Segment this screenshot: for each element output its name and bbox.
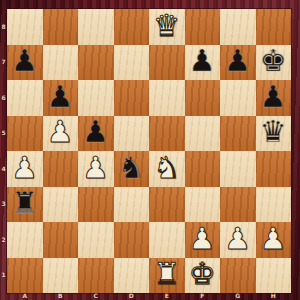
square-b6[interactable]: ♟ bbox=[43, 80, 79, 116]
file-label-e: E bbox=[149, 292, 185, 300]
square-h1[interactable] bbox=[256, 258, 292, 294]
square-d1[interactable] bbox=[114, 258, 150, 294]
square-d8[interactable] bbox=[114, 9, 150, 45]
square-h2[interactable]: ♟ bbox=[256, 222, 292, 258]
file-label-c: C bbox=[78, 292, 114, 300]
square-a7[interactable]: ♟ bbox=[7, 45, 43, 81]
piece-white-pawn[interactable]: ♟ bbox=[260, 224, 287, 254]
piece-white-knight[interactable]: ♞ bbox=[153, 153, 180, 183]
rank-label-5: 5 bbox=[0, 130, 7, 136]
piece-white-king[interactable]: ♚ bbox=[189, 259, 216, 289]
piece-black-pawn[interactable]: ♟ bbox=[47, 82, 74, 112]
square-g5[interactable] bbox=[220, 116, 256, 152]
square-g8[interactable] bbox=[220, 9, 256, 45]
square-h6[interactable]: ♟ bbox=[256, 80, 292, 116]
file-label-d: D bbox=[114, 292, 150, 300]
square-g3[interactable] bbox=[220, 187, 256, 223]
square-c7[interactable] bbox=[78, 45, 114, 81]
square-f6[interactable] bbox=[185, 80, 221, 116]
square-b1[interactable] bbox=[43, 258, 79, 294]
square-a4[interactable]: ♟ bbox=[7, 151, 43, 187]
piece-black-pawn[interactable]: ♟ bbox=[260, 82, 287, 112]
square-g2[interactable]: ♟ bbox=[220, 222, 256, 258]
square-f4[interactable] bbox=[185, 151, 221, 187]
square-d2[interactable] bbox=[114, 222, 150, 258]
square-c2[interactable] bbox=[78, 222, 114, 258]
square-c3[interactable] bbox=[78, 187, 114, 223]
rank-label-1: 1 bbox=[0, 272, 7, 278]
square-b2[interactable] bbox=[43, 222, 79, 258]
piece-white-rook[interactable]: ♜ bbox=[153, 259, 180, 289]
square-f2[interactable]: ♟ bbox=[185, 222, 221, 258]
rank-label-2: 2 bbox=[0, 237, 7, 243]
piece-white-pawn[interactable]: ♟ bbox=[189, 224, 216, 254]
file-label-f: F bbox=[185, 292, 221, 300]
piece-black-pawn[interactable]: ♟ bbox=[11, 46, 38, 76]
square-d3[interactable] bbox=[114, 187, 150, 223]
square-c1[interactable] bbox=[78, 258, 114, 294]
piece-white-queen[interactable]: ♛ bbox=[153, 11, 180, 41]
rank-label-7: 7 bbox=[0, 59, 7, 65]
square-a2[interactable] bbox=[7, 222, 43, 258]
square-g6[interactable] bbox=[220, 80, 256, 116]
square-b8[interactable] bbox=[43, 9, 79, 45]
square-e5[interactable] bbox=[149, 116, 185, 152]
square-e3[interactable] bbox=[149, 187, 185, 223]
piece-black-rook[interactable]: ♜ bbox=[11, 188, 38, 218]
square-c8[interactable] bbox=[78, 9, 114, 45]
rank-label-8: 8 bbox=[0, 24, 7, 30]
file-label-a: A bbox=[7, 292, 43, 300]
square-c5[interactable]: ♟ bbox=[78, 116, 114, 152]
square-a8[interactable] bbox=[7, 9, 43, 45]
piece-white-pawn[interactable]: ♟ bbox=[82, 153, 109, 183]
piece-black-queen[interactable]: ♛ bbox=[260, 117, 287, 147]
rank-label-4: 4 bbox=[0, 166, 7, 172]
square-d7[interactable] bbox=[114, 45, 150, 81]
piece-black-pawn[interactable]: ♟ bbox=[224, 46, 251, 76]
piece-black-king[interactable]: ♚ bbox=[260, 46, 287, 76]
square-h8[interactable] bbox=[256, 9, 292, 45]
square-e7[interactable] bbox=[149, 45, 185, 81]
square-f3[interactable] bbox=[185, 187, 221, 223]
piece-black-pawn[interactable]: ♟ bbox=[82, 117, 109, 147]
rank-label-3: 3 bbox=[0, 201, 7, 207]
square-e2[interactable] bbox=[149, 222, 185, 258]
square-a1[interactable] bbox=[7, 258, 43, 294]
square-d5[interactable] bbox=[114, 116, 150, 152]
square-f8[interactable] bbox=[185, 9, 221, 45]
piece-black-pawn[interactable]: ♟ bbox=[189, 46, 216, 76]
piece-white-pawn[interactable]: ♟ bbox=[224, 224, 251, 254]
piece-white-pawn[interactable]: ♟ bbox=[47, 117, 74, 147]
square-e6[interactable] bbox=[149, 80, 185, 116]
square-d4[interactable]: ♞ bbox=[114, 151, 150, 187]
square-h5[interactable]: ♛ bbox=[256, 116, 292, 152]
square-h7[interactable]: ♚ bbox=[256, 45, 292, 81]
file-label-b: B bbox=[43, 292, 79, 300]
square-f1[interactable]: ♚ bbox=[185, 258, 221, 294]
square-c6[interactable] bbox=[78, 80, 114, 116]
square-b7[interactable] bbox=[43, 45, 79, 81]
square-b3[interactable] bbox=[43, 187, 79, 223]
square-f7[interactable]: ♟ bbox=[185, 45, 221, 81]
square-h4[interactable] bbox=[256, 151, 292, 187]
square-a6[interactable] bbox=[7, 80, 43, 116]
file-label-h: H bbox=[256, 292, 292, 300]
square-d6[interactable] bbox=[114, 80, 150, 116]
square-a3[interactable]: ♜ bbox=[7, 187, 43, 223]
chessboard: ♛♟♟♟♚♟♟♟♟♛♟♟♞♞♜♟♟♟♜♚ 87654321 ABCDEFGH bbox=[0, 0, 300, 300]
square-b5[interactable]: ♟ bbox=[43, 116, 79, 152]
piece-white-pawn[interactable]: ♟ bbox=[11, 153, 38, 183]
piece-black-knight[interactable]: ♞ bbox=[118, 153, 145, 183]
square-e4[interactable]: ♞ bbox=[149, 151, 185, 187]
square-a5[interactable] bbox=[7, 116, 43, 152]
square-e1[interactable]: ♜ bbox=[149, 258, 185, 294]
rank-label-6: 6 bbox=[0, 95, 7, 101]
board-grid: ♛♟♟♟♚♟♟♟♟♛♟♟♞♞♜♟♟♟♜♚ bbox=[7, 9, 291, 293]
square-f5[interactable] bbox=[185, 116, 221, 152]
square-e8[interactable]: ♛ bbox=[149, 9, 185, 45]
square-h3[interactable] bbox=[256, 187, 292, 223]
square-b4[interactable] bbox=[43, 151, 79, 187]
square-g7[interactable]: ♟ bbox=[220, 45, 256, 81]
file-label-g: G bbox=[220, 292, 256, 300]
square-c4[interactable]: ♟ bbox=[78, 151, 114, 187]
square-g4[interactable] bbox=[220, 151, 256, 187]
square-g1[interactable] bbox=[220, 258, 256, 294]
